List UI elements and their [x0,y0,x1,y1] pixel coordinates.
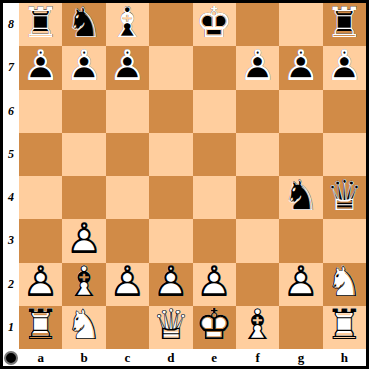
piece-black-king[interactable]: ♚♔ [193,3,236,46]
piece-white-pawn[interactable]: ♟♙ [106,263,149,306]
square-c7[interactable]: ♟♙ [106,46,149,89]
piece-black-rook[interactable]: ♜♖ [323,3,366,46]
black-pawn-outline-glyph: ♙ [65,45,103,87]
square-e5[interactable] [193,133,236,176]
piece-white-king[interactable]: ♚♔ [193,306,236,349]
rank-label-3: 3 [3,219,19,262]
file-labels: abcdefgh [19,349,366,366]
white-knight-outline-glyph: ♘ [325,261,363,303]
square-h1[interactable]: ♜♖ [323,306,366,349]
corner-cell [3,349,19,366]
square-d7[interactable] [149,46,192,89]
piece-white-bishop[interactable]: ♝♗ [236,306,279,349]
square-d1[interactable]: ♛♕ [149,306,192,349]
file-label-d: d [149,349,192,366]
piece-black-pawn[interactable]: ♟♙ [62,46,105,89]
file-label-a: a [19,349,62,366]
square-g7[interactable]: ♟♙ [279,46,322,89]
square-d3[interactable] [149,219,192,262]
piece-white-knight[interactable]: ♞♘ [62,306,105,349]
piece-black-queen[interactable]: ♛♕ [323,176,366,219]
chess-board: ♜♖♞♘♝♗♚♔♜♖♟♙♟♙♟♙♟♙♟♙♟♙♞♘♛♕♟♙♟♙♝♗♟♙♟♙♟♙♟♙… [19,3,366,349]
black-rook-outline-glyph: ♖ [325,2,363,44]
square-h4[interactable]: ♛♕ [323,176,366,219]
piece-white-queen[interactable]: ♛♕ [149,306,192,349]
piece-white-pawn[interactable]: ♟♙ [19,263,62,306]
piece-black-pawn[interactable]: ♟♙ [323,46,366,89]
white-king-outline-glyph: ♔ [195,305,233,347]
black-king-outline-glyph: ♔ [195,2,233,44]
square-a1[interactable]: ♜♖ [19,306,62,349]
square-f8[interactable] [236,3,279,46]
square-f2[interactable] [236,263,279,306]
piece-black-knight[interactable]: ♞♘ [279,176,322,219]
piece-white-rook[interactable]: ♜♖ [19,306,62,349]
white-pawn-outline-glyph: ♙ [195,261,233,303]
square-f6[interactable] [236,90,279,133]
file-label-g: g [279,349,322,366]
square-g2[interactable]: ♟♙ [279,263,322,306]
white-rook-outline-glyph: ♖ [22,305,60,347]
square-e4[interactable] [193,176,236,219]
rank-label-8: 8 [3,3,19,46]
square-f3[interactable] [236,219,279,262]
square-a4[interactable] [19,176,62,219]
piece-black-rook[interactable]: ♜♖ [19,3,62,46]
white-bishop-outline-glyph: ♗ [65,261,103,303]
file-label-h: h [323,349,366,366]
square-a7[interactable]: ♟♙ [19,46,62,89]
square-a6[interactable] [19,90,62,133]
square-b1[interactable]: ♞♘ [62,306,105,349]
square-c1[interactable] [106,306,149,349]
square-e2[interactable]: ♟♙ [193,263,236,306]
square-g3[interactable] [279,219,322,262]
black-pawn-outline-glyph: ♙ [109,45,147,87]
square-h8[interactable]: ♜♖ [323,3,366,46]
square-g8[interactable] [279,3,322,46]
file-label-b: b [62,349,105,366]
square-e7[interactable] [193,46,236,89]
square-e1[interactable]: ♚♔ [193,306,236,349]
rank-label-7: 7 [3,46,19,89]
square-b3[interactable]: ♟♙ [62,219,105,262]
square-f1[interactable]: ♝♗ [236,306,279,349]
white-bishop-outline-glyph: ♗ [239,305,277,347]
piece-black-knight[interactable]: ♞♘ [62,3,105,46]
white-pawn-outline-glyph: ♙ [109,261,147,303]
piece-black-pawn[interactable]: ♟♙ [236,46,279,89]
black-rook-outline-glyph: ♖ [22,2,60,44]
rank-label-5: 5 [3,133,19,176]
rank-label-6: 6 [3,90,19,133]
square-a5[interactable] [19,133,62,176]
white-queen-outline-glyph: ♕ [152,305,190,347]
square-d2[interactable]: ♟♙ [149,263,192,306]
square-c8[interactable]: ♝♗ [106,3,149,46]
square-b4[interactable] [62,176,105,219]
square-f4[interactable] [236,176,279,219]
file-label-c: c [106,349,149,366]
square-d5[interactable] [149,133,192,176]
square-f7[interactable]: ♟♙ [236,46,279,89]
black-pawn-outline-glyph: ♙ [22,45,60,87]
white-pawn-outline-glyph: ♙ [22,261,60,303]
rank-labels: 87654321 [3,3,19,349]
square-a3[interactable] [19,219,62,262]
square-c3[interactable] [106,219,149,262]
white-pawn-outline-glyph: ♙ [65,218,103,260]
square-h5[interactable] [323,133,366,176]
square-e6[interactable] [193,90,236,133]
piece-black-bishop[interactable]: ♝♗ [106,3,149,46]
black-to-move-indicator [4,351,18,365]
square-c4[interactable] [106,176,149,219]
black-queen-outline-glyph: ♕ [325,175,363,217]
rank-label-1: 1 [3,306,19,349]
square-e8[interactable]: ♚♔ [193,3,236,46]
square-g6[interactable] [279,90,322,133]
square-h3[interactable] [323,219,366,262]
square-c6[interactable] [106,90,149,133]
square-a8[interactable]: ♜♖ [19,3,62,46]
piece-white-bishop[interactable]: ♝♗ [62,263,105,306]
white-pawn-outline-glyph: ♙ [152,261,190,303]
square-c2[interactable]: ♟♙ [106,263,149,306]
square-g5[interactable] [279,133,322,176]
piece-white-pawn[interactable]: ♟♙ [193,263,236,306]
square-a2[interactable]: ♟♙ [19,263,62,306]
black-pawn-outline-glyph: ♙ [325,45,363,87]
square-h6[interactable] [323,90,366,133]
white-knight-outline-glyph: ♘ [65,305,103,347]
square-b2[interactable]: ♝♗ [62,263,105,306]
piece-black-pawn[interactable]: ♟♙ [106,46,149,89]
white-pawn-outline-glyph: ♙ [282,261,320,303]
piece-white-knight[interactable]: ♞♘ [323,263,366,306]
black-pawn-outline-glyph: ♙ [282,45,320,87]
square-b8[interactable]: ♞♘ [62,3,105,46]
square-f5[interactable] [236,133,279,176]
square-h2[interactable]: ♞♘ [323,263,366,306]
piece-black-pawn[interactable]: ♟♙ [279,46,322,89]
square-e3[interactable] [193,219,236,262]
rank-label-4: 4 [3,176,19,219]
black-bishop-outline-glyph: ♗ [109,2,147,44]
square-g4[interactable]: ♞♘ [279,176,322,219]
square-b6[interactable] [62,90,105,133]
piece-white-pawn[interactable]: ♟♙ [279,263,322,306]
square-d8[interactable] [149,3,192,46]
square-d6[interactable] [149,90,192,133]
black-pawn-outline-glyph: ♙ [239,45,277,87]
rank-label-2: 2 [3,263,19,306]
piece-black-pawn[interactable]: ♟♙ [19,46,62,89]
square-b7[interactable]: ♟♙ [62,46,105,89]
square-c5[interactable] [106,133,149,176]
file-label-e: e [193,349,236,366]
square-g1[interactable] [279,306,322,349]
square-b5[interactable] [62,133,105,176]
square-h7[interactable]: ♟♙ [323,46,366,89]
square-d4[interactable] [149,176,192,219]
file-label-f: f [236,349,279,366]
white-rook-outline-glyph: ♖ [325,305,363,347]
piece-white-pawn[interactable]: ♟♙ [149,263,192,306]
chess-board-diagram: 87654321 ♜♖♞♘♝♗♚♔♜♖♟♙♟♙♟♙♟♙♟♙♟♙♞♘♛♕♟♙♟♙♝… [0,0,369,369]
piece-white-pawn[interactable]: ♟♙ [62,219,105,262]
piece-white-rook[interactable]: ♜♖ [323,306,366,349]
black-knight-outline-glyph: ♘ [65,2,103,44]
black-knight-outline-glyph: ♘ [282,175,320,217]
